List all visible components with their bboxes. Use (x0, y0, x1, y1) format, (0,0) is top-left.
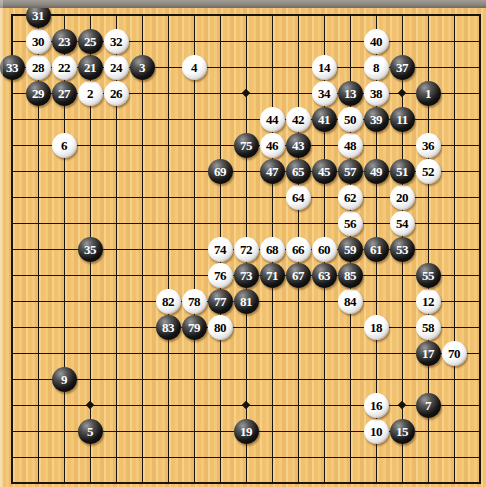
move-number: 80 (214, 320, 226, 333)
move-number: 12 (422, 294, 434, 307)
stone-black-move-69[interactable]: 69 (208, 159, 233, 184)
stone-white-move-10[interactable]: 10 (364, 419, 389, 444)
move-number: 14 (318, 60, 330, 73)
move-number: 23 (58, 34, 70, 47)
move-number: 67 (292, 268, 304, 281)
stone-white-move-2[interactable]: 2 (78, 81, 103, 106)
stone-white-move-6[interactable]: 6 (52, 133, 77, 158)
stone-black-move-23[interactable]: 23 (52, 29, 77, 54)
move-number: 71 (266, 268, 278, 281)
stone-black-move-33[interactable]: 33 (0, 55, 25, 80)
move-number: 75 (240, 138, 252, 151)
stone-black-move-9[interactable]: 9 (52, 367, 77, 392)
grid-line-vertical (479, 14, 481, 484)
stone-black-move-49[interactable]: 49 (364, 159, 389, 184)
move-number: 57 (344, 164, 356, 177)
stone-white-move-80[interactable]: 80 (208, 315, 233, 340)
stone-black-move-19[interactable]: 19 (234, 419, 259, 444)
stone-black-move-43[interactable]: 43 (286, 133, 311, 158)
move-number: 21 (84, 60, 96, 73)
grid-line-horizontal (11, 379, 481, 380)
move-number: 34 (318, 86, 330, 99)
move-number: 31 (32, 8, 44, 21)
stone-white-move-12[interactable]: 12 (416, 289, 441, 314)
stone-black-move-13[interactable]: 13 (338, 81, 363, 106)
move-number: 19 (240, 424, 252, 437)
stone-black-move-65[interactable]: 65 (286, 159, 311, 184)
star-point (242, 401, 250, 409)
move-number: 4 (191, 60, 197, 73)
move-number: 38 (370, 86, 382, 99)
move-number: 36 (422, 138, 434, 151)
move-number: 15 (396, 424, 408, 437)
move-number: 84 (344, 294, 356, 307)
move-number: 48 (344, 138, 356, 151)
stone-white-move-76[interactable]: 76 (208, 263, 233, 288)
stone-black-move-37[interactable]: 37 (390, 55, 415, 80)
move-number: 29 (32, 86, 44, 99)
stone-white-move-18[interactable]: 18 (364, 315, 389, 340)
move-number: 43 (292, 138, 304, 151)
move-number: 22 (58, 60, 70, 73)
stone-black-move-1[interactable]: 1 (416, 81, 441, 106)
move-number: 52 (422, 164, 434, 177)
move-number: 33 (6, 60, 18, 73)
stone-black-move-45[interactable]: 45 (312, 159, 337, 184)
stone-black-move-7[interactable]: 7 (416, 393, 441, 418)
move-number: 61 (370, 242, 382, 255)
stone-black-move-73[interactable]: 73 (234, 263, 259, 288)
move-number: 39 (370, 112, 382, 125)
move-number: 5 (87, 424, 93, 437)
stone-black-move-63[interactable]: 63 (312, 263, 337, 288)
stone-white-move-64[interactable]: 64 (286, 185, 311, 210)
stone-white-move-54[interactable]: 54 (390, 211, 415, 236)
move-number: 72 (240, 242, 252, 255)
move-number: 74 (214, 242, 226, 255)
move-number: 40 (370, 34, 382, 47)
move-number: 6 (61, 138, 67, 151)
stone-white-move-4[interactable]: 4 (182, 55, 207, 80)
stone-black-move-77[interactable]: 77 (208, 289, 233, 314)
move-number: 82 (162, 294, 174, 307)
stone-white-move-50[interactable]: 50 (338, 107, 363, 132)
move-number: 16 (370, 398, 382, 411)
move-number: 60 (318, 242, 330, 255)
move-number: 45 (318, 164, 330, 177)
move-number: 66 (292, 242, 304, 255)
stone-black-move-3[interactable]: 3 (130, 55, 155, 80)
move-number: 7 (425, 398, 431, 411)
stone-white-move-22[interactable]: 22 (52, 55, 77, 80)
move-number: 76 (214, 268, 226, 281)
move-number: 77 (214, 294, 226, 307)
stone-white-move-70[interactable]: 70 (442, 341, 467, 366)
move-number: 3 (139, 60, 145, 73)
stone-white-move-30[interactable]: 30 (26, 29, 51, 54)
move-number: 44 (266, 112, 278, 125)
star-point (398, 89, 406, 97)
move-number: 8 (373, 60, 379, 73)
grid-line-horizontal (11, 327, 481, 328)
move-number: 32 (110, 34, 122, 47)
move-number: 78 (188, 294, 200, 307)
star-point (242, 89, 250, 97)
star-point (86, 401, 94, 409)
stone-white-move-28[interactable]: 28 (26, 55, 51, 80)
stone-black-move-55[interactable]: 55 (416, 263, 441, 288)
stone-white-move-74[interactable]: 74 (208, 237, 233, 262)
stone-white-move-14[interactable]: 14 (312, 55, 337, 80)
stone-black-move-67[interactable]: 67 (286, 263, 311, 288)
move-number: 11 (396, 112, 407, 125)
move-number: 68 (266, 242, 278, 255)
stone-white-move-36[interactable]: 36 (416, 133, 441, 158)
stone-black-move-53[interactable]: 53 (390, 237, 415, 262)
grid-line-horizontal (11, 482, 481, 484)
move-number: 47 (266, 164, 278, 177)
move-number: 54 (396, 216, 408, 229)
move-number: 49 (370, 164, 382, 177)
move-number: 37 (396, 60, 408, 73)
move-number: 63 (318, 268, 330, 281)
stone-black-move-61[interactable]: 61 (364, 237, 389, 262)
move-number: 41 (318, 112, 330, 125)
move-number: 55 (422, 268, 434, 281)
move-number: 51 (396, 164, 408, 177)
stone-white-move-62[interactable]: 62 (338, 185, 363, 210)
stone-black-move-15[interactable]: 15 (390, 419, 415, 444)
move-number: 69 (214, 164, 226, 177)
stone-black-move-81[interactable]: 81 (234, 289, 259, 314)
stone-white-move-82[interactable]: 82 (156, 289, 181, 314)
move-number: 81 (240, 294, 252, 307)
move-number: 85 (344, 268, 356, 281)
move-number: 65 (292, 164, 304, 177)
stone-white-move-68[interactable]: 68 (260, 237, 285, 262)
stone-white-move-78[interactable]: 78 (182, 289, 207, 314)
move-number: 53 (396, 242, 408, 255)
stone-black-move-59[interactable]: 59 (338, 237, 363, 262)
stone-white-move-44[interactable]: 44 (260, 107, 285, 132)
move-number: 2 (87, 86, 93, 99)
move-number: 18 (370, 320, 382, 333)
stone-black-move-27[interactable]: 27 (52, 81, 77, 106)
move-number: 26 (110, 86, 122, 99)
stone-white-move-40[interactable]: 40 (364, 29, 389, 54)
go-board[interactable]: 1234567891011121314151617181920212223242… (0, 0, 486, 487)
stone-white-move-72[interactable]: 72 (234, 237, 259, 262)
move-number: 79 (188, 320, 200, 333)
stone-black-move-79[interactable]: 79 (182, 315, 207, 340)
stone-white-move-24[interactable]: 24 (104, 55, 129, 80)
window-title-bar (0, 0, 486, 8)
stone-black-move-41[interactable]: 41 (312, 107, 337, 132)
star-point (398, 401, 406, 409)
move-number: 1 (425, 86, 431, 99)
stone-black-move-39[interactable]: 39 (364, 107, 389, 132)
stone-white-move-84[interactable]: 84 (338, 289, 363, 314)
stone-black-move-17[interactable]: 17 (416, 341, 441, 366)
stone-white-move-8[interactable]: 8 (364, 55, 389, 80)
stone-white-move-60[interactable]: 60 (312, 237, 337, 262)
move-number: 70 (448, 346, 460, 359)
stone-black-move-83[interactable]: 83 (156, 315, 181, 340)
move-number: 83 (162, 320, 174, 333)
stone-white-move-66[interactable]: 66 (286, 237, 311, 262)
stone-black-move-75[interactable]: 75 (234, 133, 259, 158)
move-number: 24 (110, 60, 122, 73)
stone-black-move-35[interactable]: 35 (78, 237, 103, 262)
move-number: 59 (344, 242, 356, 255)
move-number: 58 (422, 320, 434, 333)
move-number: 30 (32, 34, 44, 47)
stone-black-move-47[interactable]: 47 (260, 159, 285, 184)
move-number: 27 (58, 86, 70, 99)
move-number: 17 (422, 346, 434, 359)
stone-white-move-58[interactable]: 58 (416, 315, 441, 340)
stone-black-move-21[interactable]: 21 (78, 55, 103, 80)
move-number: 64 (292, 190, 304, 203)
grid-line-vertical (454, 14, 455, 484)
stone-white-move-48[interactable]: 48 (338, 133, 363, 158)
move-number: 28 (32, 60, 44, 73)
stone-white-move-26[interactable]: 26 (104, 81, 129, 106)
move-number: 25 (84, 34, 96, 47)
stone-white-move-38[interactable]: 38 (364, 81, 389, 106)
move-number: 62 (344, 190, 356, 203)
move-number: 42 (292, 112, 304, 125)
stone-white-move-42[interactable]: 42 (286, 107, 311, 132)
stone-black-move-71[interactable]: 71 (260, 263, 285, 288)
stone-white-move-20[interactable]: 20 (390, 185, 415, 210)
move-number: 56 (344, 216, 356, 229)
stone-white-move-52[interactable]: 52 (416, 159, 441, 184)
stone-white-move-16[interactable]: 16 (364, 393, 389, 418)
stone-white-move-32[interactable]: 32 (104, 29, 129, 54)
grid-line-horizontal (11, 353, 481, 354)
stone-black-move-11[interactable]: 11 (390, 107, 415, 132)
stone-black-move-25[interactable]: 25 (78, 29, 103, 54)
stone-black-move-5[interactable]: 5 (78, 419, 103, 444)
move-number: 50 (344, 112, 356, 125)
move-number: 73 (240, 268, 252, 281)
stone-white-move-46[interactable]: 46 (260, 133, 285, 158)
move-number: 13 (344, 86, 356, 99)
stone-black-move-57[interactable]: 57 (338, 159, 363, 184)
move-number: 20 (396, 190, 408, 203)
move-number: 10 (370, 424, 382, 437)
stone-white-move-34[interactable]: 34 (312, 81, 337, 106)
grid-line-horizontal (11, 457, 481, 458)
stone-black-move-85[interactable]: 85 (338, 263, 363, 288)
move-number: 35 (84, 242, 96, 255)
move-number: 46 (266, 138, 278, 151)
move-number: 9 (61, 372, 67, 385)
window-left-edge (0, 0, 3, 487)
stone-black-move-29[interactable]: 29 (26, 81, 51, 106)
stone-black-move-51[interactable]: 51 (390, 159, 415, 184)
stone-white-move-56[interactable]: 56 (338, 211, 363, 236)
